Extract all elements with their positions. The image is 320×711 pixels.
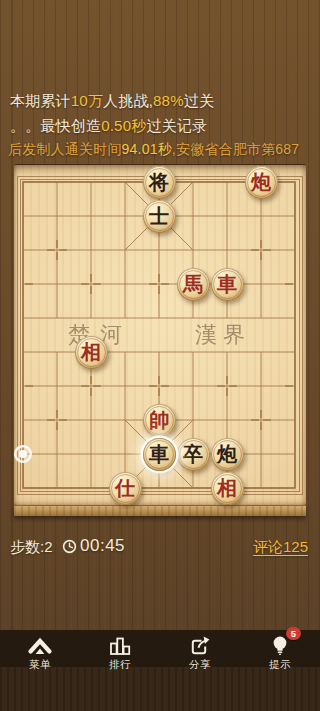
hint-count-badge: 5 [286, 627, 301, 640]
piece-glyph: 炮 [251, 172, 271, 192]
piece-red-advisor[interactable]: 仕 [109, 472, 142, 505]
nav-label: 分享 [189, 658, 211, 672]
piece-red-elephant-2[interactable]: 相 [211, 472, 244, 505]
board-bottom-edge [14, 505, 306, 516]
piece-black-soldier[interactable]: 卒 [177, 438, 210, 471]
clock-icon [62, 539, 77, 554]
river-label-right: 漢界 [195, 322, 251, 347]
nav-item-menu[interactable]: 菜单 [0, 630, 80, 711]
last-move-origin-marker [12, 443, 34, 465]
piece-glyph: 卒 [183, 444, 203, 464]
stats-line-challengers: 本期累计10万人挑战,88%过关 [10, 92, 214, 111]
piece-glyph: 士 [149, 206, 169, 226]
stats-line-record: 。。最快创造0.50秒过关记录 [10, 117, 207, 136]
nav-label: 排行 [109, 658, 131, 672]
piece-black-general[interactable]: 将 [143, 166, 176, 199]
nav-label: 菜单 [29, 658, 51, 672]
nav-label: 提示 [269, 658, 291, 672]
piece-glyph: 相 [81, 342, 101, 362]
piece-glyph: 帥 [149, 410, 169, 430]
piece-red-horse[interactable]: 馬 [177, 268, 210, 301]
ranking-icon [108, 635, 132, 657]
piece-red-chariot[interactable]: 車 [211, 268, 244, 301]
piece-glyph: 車 [149, 444, 169, 464]
piece-black-cannon[interactable]: 炮 [211, 438, 244, 471]
move-counter: 步数:2 [10, 538, 53, 557]
piece-glyph: 車 [217, 274, 237, 294]
piece-glyph: 相 [217, 478, 237, 498]
piece-glyph: 仕 [115, 478, 135, 498]
menu-icon [27, 635, 53, 657]
share-icon [188, 635, 212, 657]
stats-line-clear-time: 后发制人通关时间94.01秒,安徽省合肥市第687 [8, 141, 299, 159]
game-screen: 本期累计10万人挑战,88%过关 。。最快创造0.50秒过关记录 后发制人通关时… [0, 0, 320, 711]
piece-glyph: 将 [149, 172, 169, 192]
elapsed-time: 00:45 [80, 536, 125, 556]
nav-item-share[interactable]: 分享 [160, 630, 240, 711]
piece-red-elephant[interactable]: 相 [75, 336, 108, 369]
piece-red-cannon[interactable]: 炮 [245, 166, 278, 199]
comments-link[interactable]: 评论125 [253, 538, 308, 557]
piece-black-chariot[interactable]: 車 [143, 438, 176, 471]
piece-glyph: 炮 [217, 444, 237, 464]
nav-item-ranking[interactable]: 排行 [80, 630, 160, 711]
piece-black-advisor[interactable]: 士 [143, 200, 176, 233]
bottom-nav-bar: 菜单 排行 分享 [0, 630, 320, 711]
nav-item-hint[interactable]: 提示 5 [240, 630, 320, 711]
piece-glyph: 馬 [183, 274, 203, 294]
piece-red-general[interactable]: 帥 [143, 404, 176, 437]
